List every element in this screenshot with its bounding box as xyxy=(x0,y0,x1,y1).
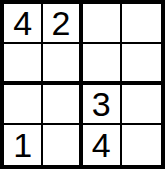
cell-r1c1[interactable]: 4 xyxy=(4,4,43,44)
cell-r3c1[interactable] xyxy=(4,85,43,125)
cell-r3c4[interactable] xyxy=(122,85,161,125)
cell-r1c4[interactable] xyxy=(122,4,161,44)
cell-r1c3[interactable] xyxy=(83,4,122,44)
cell-r4c1[interactable]: 1 xyxy=(4,125,43,165)
cell-r3c3[interactable]: 3 xyxy=(83,85,122,125)
cell-r2c3[interactable] xyxy=(83,44,122,84)
cell-r2c1[interactable] xyxy=(4,44,43,84)
cell-r2c2[interactable] xyxy=(43,44,82,84)
cell-r2c4[interactable] xyxy=(122,44,161,84)
cell-r4c3[interactable]: 4 xyxy=(83,125,122,165)
cell-r4c4[interactable] xyxy=(122,125,161,165)
cell-r4c2[interactable] xyxy=(43,125,82,165)
cell-r1c2[interactable]: 2 xyxy=(43,4,82,44)
cell-r3c2[interactable] xyxy=(43,85,82,125)
sudoku-board: 4 2 3 1 4 xyxy=(0,0,165,169)
